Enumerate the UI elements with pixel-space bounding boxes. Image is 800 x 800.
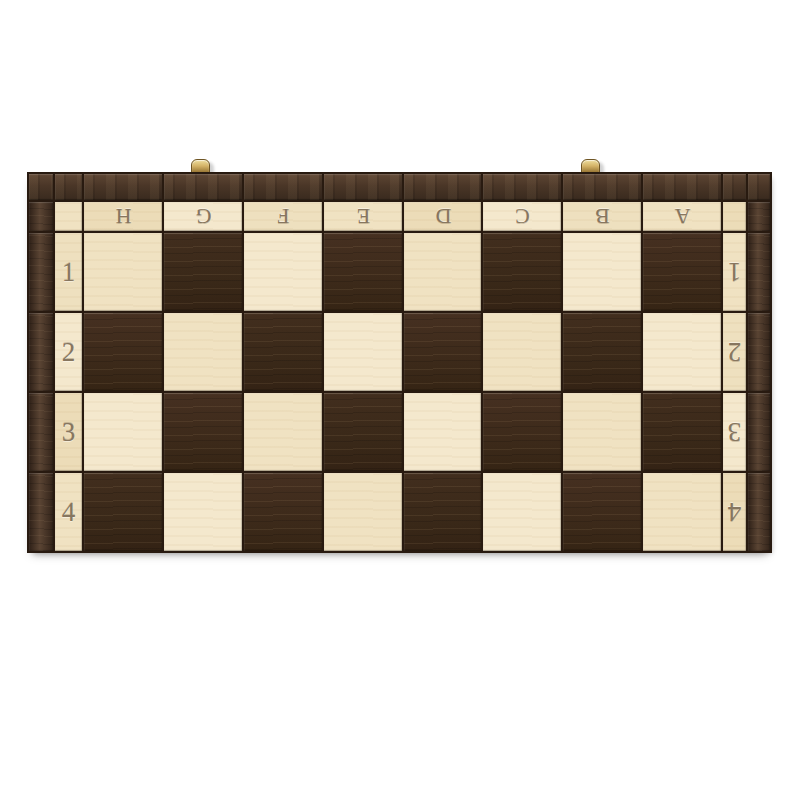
file-label-d: D xyxy=(404,202,482,231)
square-b2 xyxy=(563,313,641,391)
file-label-g: G xyxy=(164,202,242,231)
frame-top-cell xyxy=(748,174,770,200)
square-d2 xyxy=(404,313,482,391)
rank-label-left-cell-4: 4 xyxy=(55,473,82,551)
rank-label-left-2: 2 xyxy=(55,313,82,391)
square-c3 xyxy=(483,393,561,471)
square-h3 xyxy=(84,393,162,471)
frame-right-cell xyxy=(748,313,770,391)
rank-label-left-1: 1 xyxy=(55,233,82,311)
square-e3 xyxy=(324,393,402,471)
frame-left-cell xyxy=(29,313,53,391)
frame-right-cell xyxy=(748,393,770,471)
square-a4 xyxy=(643,473,721,551)
frame-right-cell xyxy=(748,202,770,231)
frame-top-cell xyxy=(244,174,322,200)
square-a1 xyxy=(643,233,721,311)
square-f4 xyxy=(244,473,322,551)
square-d3 xyxy=(404,393,482,471)
file-label-cell-c: C xyxy=(483,202,561,231)
file-label-cell-a: A xyxy=(643,202,721,231)
file-label-cell-b: B xyxy=(563,202,641,231)
label-spacer-left xyxy=(55,202,82,231)
chessboard: HGFEDCBA11223344 xyxy=(27,172,772,553)
rank-label-left-cell-3: 3 xyxy=(55,393,82,471)
square-f1 xyxy=(244,233,322,311)
frame-top-cell xyxy=(164,174,242,200)
rank-label-left-4: 4 xyxy=(55,473,82,551)
square-a3 xyxy=(643,393,721,471)
frame-top-cell xyxy=(55,174,82,200)
rank-label-right-cell-3: 3 xyxy=(723,393,746,471)
square-h4 xyxy=(84,473,162,551)
rank-label-left-cell-1: 1 xyxy=(55,233,82,311)
rank-label-right-cell-4: 4 xyxy=(723,473,746,551)
square-g4 xyxy=(164,473,242,551)
photo-background: HGFEDCBA11223344 xyxy=(0,0,800,800)
square-b4 xyxy=(563,473,641,551)
frame-left-cell xyxy=(29,473,53,551)
square-e1 xyxy=(324,233,402,311)
rank-label-right-cell-2: 2 xyxy=(723,313,746,391)
square-b1 xyxy=(563,233,641,311)
frame-top-cell xyxy=(483,174,561,200)
square-d4 xyxy=(404,473,482,551)
frame-right-cell xyxy=(748,473,770,551)
file-label-a: A xyxy=(643,202,721,231)
file-label-b: B xyxy=(563,202,641,231)
file-label-cell-f: F xyxy=(244,202,322,231)
square-d1 xyxy=(404,233,482,311)
square-g2 xyxy=(164,313,242,391)
square-c4 xyxy=(483,473,561,551)
frame-right-cell xyxy=(748,233,770,311)
rank-label-right-4: 4 xyxy=(723,473,746,551)
square-e2 xyxy=(324,313,402,391)
frame-top-cell xyxy=(723,174,746,200)
frame-left-cell xyxy=(29,202,53,231)
square-f3 xyxy=(244,393,322,471)
frame-top-cell xyxy=(29,174,53,200)
file-label-cell-g: G xyxy=(164,202,242,231)
frame-top-cell xyxy=(324,174,402,200)
file-label-cell-h: H xyxy=(84,202,162,231)
frame-left-cell xyxy=(29,233,53,311)
rank-label-left-3: 3 xyxy=(55,393,82,471)
file-label-f: F xyxy=(244,202,322,231)
square-a2 xyxy=(643,313,721,391)
square-f2 xyxy=(244,313,322,391)
frame-top-cell xyxy=(84,174,162,200)
square-c2 xyxy=(483,313,561,391)
file-label-e: E xyxy=(324,202,402,231)
square-c1 xyxy=(483,233,561,311)
frame-top-cell xyxy=(643,174,721,200)
label-spacer-right xyxy=(723,202,746,231)
rank-label-right-1: 1 xyxy=(723,233,746,311)
frame-top-cell xyxy=(404,174,482,200)
rank-label-right-3: 3 xyxy=(723,393,746,471)
square-h1 xyxy=(84,233,162,311)
rank-label-left-cell-2: 2 xyxy=(55,313,82,391)
file-label-c: C xyxy=(483,202,561,231)
rank-label-right-2: 2 xyxy=(723,313,746,391)
square-b3 xyxy=(563,393,641,471)
square-e4 xyxy=(324,473,402,551)
square-g3 xyxy=(164,393,242,471)
square-g1 xyxy=(164,233,242,311)
rank-label-right-cell-1: 1 xyxy=(723,233,746,311)
frame-top-cell xyxy=(563,174,641,200)
file-label-cell-d: D xyxy=(404,202,482,231)
file-label-h: H xyxy=(84,202,162,231)
square-h2 xyxy=(84,313,162,391)
file-label-cell-e: E xyxy=(324,202,402,231)
frame-left-cell xyxy=(29,393,53,471)
